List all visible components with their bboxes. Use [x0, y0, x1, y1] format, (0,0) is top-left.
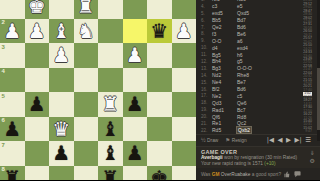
- square-e3[interactable]: [74, 43, 99, 68]
- move-21-b[interactable]: Qc2: [237, 120, 262, 126]
- move-number: 15.: [201, 80, 212, 85]
- piece-black-P-c7: ♟: [123, 141, 148, 166]
- move-row-15: 15.Ne4Be721:1519:08: [196, 79, 320, 86]
- move-17-b[interactable]: c5: [237, 93, 262, 99]
- square-e4[interactable]: [74, 68, 99, 93]
- flag-icon: ⚑: [225, 137, 230, 143]
- move-row-10: 10.d4exd425:1024:21: [196, 44, 320, 51]
- square-a8[interactable]: [172, 166, 197, 181]
- move-22-w[interactable]: Rd5: [212, 127, 237, 133]
- move-12-w[interactable]: Bh4: [212, 58, 237, 64]
- piece-black-B-d7: ♝: [98, 141, 123, 166]
- move-14-b[interactable]: Rhe8: [237, 72, 262, 78]
- square-c7[interactable]: ♟: [123, 141, 148, 166]
- square-d8[interactable]: ♜: [98, 166, 123, 181]
- rating-delta: (+10): [263, 161, 276, 166]
- rank-label: 6: [2, 117, 5, 123]
- move-4-b[interactable]: e5: [237, 3, 262, 9]
- move-number: 19.: [201, 107, 212, 112]
- piece-white-Q-f6: ♛: [49, 117, 74, 142]
- lichess-game-screen: 1♚♜2♟♟♝♞♛♟3♟♟45♟♜♟6♟♛♝7♟♝♟8♜♜♚ 3.Nf3Nc62…: [0, 0, 320, 180]
- move-15-b[interactable]: Be7: [237, 79, 262, 85]
- move-12-b[interactable]: g5: [237, 58, 262, 64]
- move-row-4: 4.c3e529:1229:05: [196, 3, 320, 10]
- move-number: 14.: [201, 73, 212, 78]
- square-d6[interactable]: ♝: [98, 117, 123, 142]
- good-sport-row: Was GM OverRuabake a good sport?: [196, 168, 320, 180]
- piece-white-R-e1: ♜: [74, 0, 99, 19]
- thumbs-up-icon[interactable]: [284, 171, 291, 178]
- square-a6[interactable]: [172, 117, 197, 142]
- square-h7[interactable]: 7: [0, 141, 25, 166]
- move-number: 7.: [201, 25, 212, 30]
- move-number: 5.: [201, 11, 212, 16]
- resign-button[interactable]: ⚑ Resign: [225, 137, 246, 143]
- prev-move-icon[interactable]: ◀: [277, 136, 282, 144]
- square-c6[interactable]: [123, 117, 148, 142]
- move-row-11: 11.Bg5h624:3323:40: [196, 51, 320, 58]
- settings-gear-icon[interactable]: ⚙: [310, 158, 315, 164]
- chat-bubble-icon[interactable]: [294, 171, 301, 178]
- square-d3[interactable]: [98, 43, 123, 68]
- opponent-name: OverRuabake: [219, 172, 250, 177]
- square-b4[interactable]: [147, 68, 172, 93]
- share-icon[interactable]: ⇓: [310, 150, 315, 156]
- square-f2[interactable]: ♝: [49, 19, 74, 44]
- move-13-w[interactable]: Bg3: [212, 65, 237, 71]
- square-b1[interactable]: [147, 0, 172, 19]
- move-number: 18.: [201, 100, 212, 105]
- move-3-w[interactable]: Nf3: [212, 0, 237, 2]
- move-16-b[interactable]: Bd6: [237, 86, 262, 92]
- move-row-16: 16.Bf2Bd620:2117:40: [196, 86, 320, 93]
- square-g6[interactable]: [25, 117, 50, 142]
- square-d4[interactable]: [98, 68, 123, 93]
- square-b6[interactable]: [147, 117, 172, 142]
- square-f5[interactable]: [49, 92, 74, 117]
- move-19-w[interactable]: Rad1: [212, 107, 237, 113]
- move-number: 16.: [201, 87, 212, 92]
- piece-white-P-f3: ♟: [49, 43, 74, 68]
- move-17-w[interactable]: Ne2: [212, 93, 237, 99]
- square-a4[interactable]: [172, 68, 197, 93]
- piece-white-K-g1: ♚: [25, 0, 50, 19]
- move-row-9: 9.O-Oa625:5725:02: [196, 37, 320, 44]
- chess-board: 1♚♜2♟♟♝♞♛♟3♟♟45♟♜♟6♟♛♝7♟♝♟8♜♜♚: [0, 0, 196, 180]
- move-number: 10.: [201, 45, 212, 50]
- rating-value: 1571: [252, 161, 263, 166]
- offer-draw-button[interactable]: ½ Draw: [201, 137, 218, 143]
- last-move-icon[interactable]: ▶|: [294, 136, 301, 144]
- winner-name: Averbagii: [201, 155, 223, 160]
- square-f6[interactable]: ♛: [49, 117, 74, 142]
- move-number: 4.: [201, 4, 212, 9]
- piece-white-P-a2: ♟: [172, 19, 197, 44]
- square-c4[interactable]: [123, 68, 148, 93]
- move-row-22: 22.Rd5Qxb215:029:47: [196, 127, 320, 134]
- square-f1[interactable]: [49, 0, 74, 19]
- square-b7[interactable]: [147, 141, 172, 166]
- piece-white-R-d5: ♜: [98, 92, 123, 117]
- game-over-panel: GAME OVER Averbagii won by resignation (…: [196, 146, 320, 168]
- game-side-panel: 3.Nf3Nc629:4129:384.c3e529:1229:055.exd5…: [196, 0, 320, 180]
- rank-label: 2: [2, 19, 5, 25]
- square-h6[interactable]: 6♟: [0, 117, 25, 142]
- move-number: 11.: [201, 52, 212, 57]
- move-11-w[interactable]: Bg5: [212, 52, 237, 58]
- move-number: 13.: [201, 66, 212, 71]
- rank-label: 1: [2, 0, 5, 1]
- move-number: 3.: [201, 0, 212, 2]
- square-d7[interactable]: ♝: [98, 141, 123, 166]
- square-e7[interactable]: [74, 141, 99, 166]
- square-b3[interactable]: [147, 43, 172, 68]
- half-point-icon: ½: [201, 137, 206, 143]
- draw-label: Draw: [207, 138, 218, 143]
- game-over-icons: ⇓ ⚙: [310, 150, 315, 164]
- move-row-19: 19.Rad1Bc717:3012:50: [196, 106, 320, 113]
- square-e2[interactable]: ♞: [74, 19, 99, 44]
- square-a5[interactable]: [172, 92, 197, 117]
- square-g7[interactable]: [25, 141, 50, 166]
- square-f7[interactable]: ♟: [49, 141, 74, 166]
- square-c5[interactable]: ♟: [123, 92, 148, 117]
- move-row-18: 18.Qd3Qe618:2714:11: [196, 99, 320, 106]
- square-f3[interactable]: ♟: [49, 43, 74, 68]
- square-e1[interactable]: ♜: [74, 0, 99, 19]
- square-g2[interactable]: ♟: [25, 19, 50, 44]
- move-3-b[interactable]: Nc6: [237, 0, 262, 2]
- piece-white-P-c3: ♟: [123, 43, 148, 68]
- move-8-w[interactable]: f3: [212, 31, 237, 37]
- rank-label: 8: [2, 166, 5, 172]
- move-19-b[interactable]: Bc7: [237, 107, 262, 113]
- square-g4[interactable]: [25, 68, 50, 93]
- move-row-20: 20.Qf6Rd816:2211:26: [196, 113, 320, 120]
- move-7-w[interactable]: Qe2: [212, 24, 237, 30]
- sport-question: Was GM OverRuabake a good sport?: [201, 172, 281, 177]
- resign-label: Resign: [232, 138, 247, 143]
- black-move-time: 9:47: [305, 130, 312, 134]
- move-8-b[interactable]: Be6: [237, 31, 262, 37]
- piece-black-P-c5: ♟: [123, 92, 148, 117]
- move-number: 17.: [201, 93, 212, 98]
- first-move-icon[interactable]: |◀: [267, 136, 274, 144]
- piece-black-R-d8: ♜: [98, 166, 123, 181]
- square-h4[interactable]: 4: [0, 68, 25, 93]
- square-g8[interactable]: [25, 166, 50, 181]
- move-6-b[interactable]: Bd7: [237, 17, 262, 23]
- square-b5[interactable]: [147, 92, 172, 117]
- square-c8[interactable]: [123, 166, 148, 181]
- move-10-w[interactable]: d4: [212, 45, 237, 51]
- move-number: 12.: [201, 59, 212, 64]
- move-22-b[interactable]: Qxb2: [237, 127, 251, 133]
- square-g3[interactable]: [25, 43, 50, 68]
- square-d5[interactable]: ♜: [98, 92, 123, 117]
- move-row-12: 12.Bh4g523:4922:55: [196, 58, 320, 65]
- move-5-w[interactable]: exd5: [212, 10, 237, 16]
- piece-black-B-d6: ♝: [98, 117, 123, 142]
- square-c1[interactable]: [123, 0, 148, 19]
- menu-icon[interactable]: ☰: [305, 136, 311, 144]
- move-row-7: 7.Qe2Bd627:3126:58: [196, 24, 320, 31]
- move-number: 22.: [201, 128, 212, 133]
- piece-white-N-e2: ♞: [74, 19, 99, 44]
- move-21-w[interactable]: Re1: [212, 120, 237, 126]
- square-f8[interactable]: [49, 166, 74, 181]
- square-h5[interactable]: 5: [0, 92, 25, 117]
- game-controls-bar: ½ Draw ⚑ Resign |◀ ◀ ▶ ▶| ☰: [196, 134, 320, 146]
- piece-black-K-b8: ♚: [147, 166, 172, 181]
- piece-black-Q-b2: ♛: [147, 19, 172, 44]
- move-number: 21.: [201, 121, 212, 126]
- square-c3[interactable]: ♟: [123, 43, 148, 68]
- move-11-b[interactable]: h6: [237, 52, 262, 58]
- move-row-17: 17.Ne2c51:0215:59: [196, 92, 320, 99]
- move-16-w[interactable]: Bf2: [212, 86, 237, 92]
- move-13-b[interactable]: O-O-O: [237, 65, 262, 71]
- move-number: 6.: [201, 18, 212, 23]
- piece-white-P-g2: ♟: [25, 19, 50, 44]
- rating-line: Your new rapid rating is 1571 (+10): [201, 161, 315, 167]
- move-row-21: 21.Re1Qc215:4010:31: [196, 120, 320, 127]
- rank-label: 5: [2, 93, 5, 99]
- piece-black-P-f7: ♟: [49, 141, 74, 166]
- square-h1[interactable]: 1: [0, 0, 25, 19]
- move-nav-controls: |◀ ◀ ▶ ▶| ☰: [267, 136, 311, 144]
- move-10-b[interactable]: exd4: [237, 45, 262, 51]
- square-g5[interactable]: ♟: [25, 92, 50, 117]
- move-number: 9.: [201, 38, 212, 43]
- rank-label: 7: [2, 142, 5, 148]
- move-9-b[interactable]: a6: [237, 38, 262, 44]
- square-f4[interactable]: [49, 68, 74, 93]
- square-b2[interactable]: ♛: [147, 19, 172, 44]
- move-9-w[interactable]: O-O: [212, 38, 237, 44]
- square-d1[interactable]: [98, 0, 123, 19]
- chess-board-grid: 1♚♜2♟♟♝♞♛♟3♟♟45♟♜♟6♟♛♝7♟♝♟8♜♜♚: [0, 0, 196, 180]
- move-18-w[interactable]: Qd3: [212, 100, 237, 106]
- move-20-w[interactable]: Qf6: [212, 114, 237, 120]
- square-e6[interactable]: [74, 117, 99, 142]
- next-move-icon[interactable]: ▶: [286, 136, 291, 144]
- move-15-w[interactable]: Ne4: [212, 79, 237, 85]
- move-list: 3.Nf3Nc629:4129:384.c3e529:1229:055.exd5…: [196, 0, 320, 134]
- square-e5[interactable]: [74, 92, 99, 117]
- move-18-b[interactable]: Qe6: [237, 100, 262, 106]
- result-text: won by resignation (30 min Rated): [223, 155, 297, 160]
- rank-label: 3: [2, 44, 5, 50]
- piece-black-P-g5: ♟: [25, 92, 50, 117]
- move-7-b[interactable]: Bd6: [237, 24, 262, 30]
- square-g1[interactable]: ♚: [25, 0, 50, 19]
- square-a3[interactable]: [172, 43, 197, 68]
- move-number: 20.: [201, 114, 212, 119]
- move-row-8: 8.f3Be626:5026:11: [196, 30, 320, 37]
- square-h3[interactable]: 3: [0, 43, 25, 68]
- move-row-5: 5.exd5Qxd528:4728:30: [196, 10, 320, 17]
- square-a2[interactable]: ♟: [172, 19, 197, 44]
- square-e8[interactable]: [74, 166, 99, 181]
- move-5-b[interactable]: Qxd5: [237, 10, 262, 16]
- square-b8[interactable]: ♚: [147, 166, 172, 181]
- move-4-w[interactable]: c3: [212, 3, 237, 9]
- square-a1[interactable]: [172, 0, 197, 19]
- move-row-13: 13.Bg3O-O-O22:5821:47: [196, 65, 320, 72]
- square-h2[interactable]: 2♟: [0, 19, 25, 44]
- piece-white-B-f2: ♝: [49, 19, 74, 44]
- move-row-6: 6.Bb5Bd728:0227:44: [196, 17, 320, 24]
- square-a7[interactable]: [172, 141, 197, 166]
- move-times: 15:029:47: [303, 127, 312, 134]
- move-14-w[interactable]: Nd2: [212, 72, 237, 78]
- move-20-b[interactable]: Rd8: [237, 114, 262, 120]
- rating-prefix: Your new rapid rating is: [201, 161, 252, 166]
- square-d2[interactable]: [98, 19, 123, 44]
- rank-label: 4: [2, 68, 5, 74]
- square-c2[interactable]: [123, 19, 148, 44]
- square-h8[interactable]: 8♜: [0, 166, 25, 181]
- move-6-w[interactable]: Bb5: [212, 17, 237, 23]
- move-number: 8.: [201, 31, 212, 36]
- move-row-14: 14.Nd2Rhe822:0420:32: [196, 72, 320, 79]
